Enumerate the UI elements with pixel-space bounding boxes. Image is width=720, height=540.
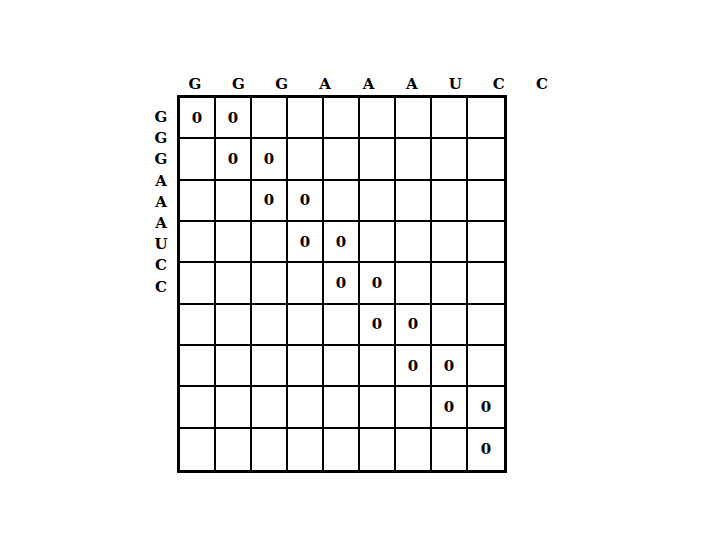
matrix-cell-r4c1 [180, 222, 216, 263]
matrix-cell-r9c3 [252, 429, 288, 470]
matrix-cell-r1c7 [396, 98, 432, 139]
matrix-cell-r8c2 [216, 387, 252, 428]
column-header-8: C [487, 76, 511, 92]
matrix-cell-r5c4 [288, 263, 324, 304]
matrix-cell-r3c9 [468, 181, 504, 222]
matrix-cell-r9c9: 0 [468, 429, 504, 470]
matrix-cell-r8c5 [324, 387, 360, 428]
matrix-cell-r9c4 [288, 429, 324, 470]
row-label-6: A [151, 216, 171, 231]
row-label-1: G [151, 110, 171, 125]
matrix-cell-r4c8 [432, 222, 468, 263]
matrix-cell-r1c1: 0 [180, 98, 216, 139]
matrix-cell-r6c7: 0 [396, 305, 432, 346]
matrix-cell-r3c3: 0 [252, 181, 288, 222]
matrix-cell-r2c5 [324, 139, 360, 180]
row-label-9: C [151, 280, 171, 295]
column-header-1: G [183, 76, 207, 92]
matrix-cell-r8c8: 0 [432, 387, 468, 428]
matrix-cell-r1c2: 0 [216, 98, 252, 139]
matrix-cell-r4c7 [396, 222, 432, 263]
matrix-cell-r4c4: 0 [288, 222, 324, 263]
matrix-cell-r7c8: 0 [432, 346, 468, 387]
matrix-cell-r9c2 [216, 429, 252, 470]
column-header-4: A [313, 76, 337, 92]
matrix-cell-r8c7 [396, 387, 432, 428]
matrix-cell-r5c7 [396, 263, 432, 304]
matrix-cell-r6c8 [432, 305, 468, 346]
matrix-cell-r1c4 [288, 98, 324, 139]
matrix-cell-r9c7 [396, 429, 432, 470]
matrix-cell-r7c1 [180, 346, 216, 387]
matrix-cell-r2c9 [468, 139, 504, 180]
column-header-3: G [270, 76, 294, 92]
matrix-cell-r2c7 [396, 139, 432, 180]
matrix-cell-r9c6 [360, 429, 396, 470]
matrix-cell-r3c4: 0 [288, 181, 324, 222]
matrix-cell-r5c2 [216, 263, 252, 304]
matrix-cell-r6c6: 0 [360, 305, 396, 346]
column-header-9: C [530, 76, 554, 92]
row-label-8: C [151, 258, 171, 273]
row-label-7: U [151, 237, 171, 252]
matrix-cell-r1c9 [468, 98, 504, 139]
column-header-5: A [357, 76, 381, 92]
matrix-cell-r3c7 [396, 181, 432, 222]
matrix-cell-r7c3 [252, 346, 288, 387]
matrix-cell-r3c6 [360, 181, 396, 222]
matrix-cell-r9c8 [432, 429, 468, 470]
matrix-cell-r4c5: 0 [324, 222, 360, 263]
matrix-cell-r7c7: 0 [396, 346, 432, 387]
matrix-cell-r6c1 [180, 305, 216, 346]
matrix-cell-r5c8 [432, 263, 468, 304]
slide-canvas: GGGAAAUCC GGGAAAUCC 00000000000000000 [0, 0, 720, 540]
row-label-3: G [151, 152, 171, 167]
matrix-cell-r4c6 [360, 222, 396, 263]
matrix-cell-r5c1 [180, 263, 216, 304]
matrix-cell-r2c1 [180, 139, 216, 180]
matrix-cell-r1c5 [324, 98, 360, 139]
matrix-cell-r5c6: 0 [360, 263, 396, 304]
column-header-6: A [400, 76, 424, 92]
matrix-cell-r2c8 [432, 139, 468, 180]
column-header-7: U [443, 76, 467, 92]
matrix-cell-r2c3: 0 [252, 139, 288, 180]
matrix-cell-r6c5 [324, 305, 360, 346]
matrix-grid: 00000000000000000 [177, 95, 507, 473]
matrix-cell-r5c9 [468, 263, 504, 304]
matrix-cell-r6c9 [468, 305, 504, 346]
matrix-cell-r7c9 [468, 346, 504, 387]
row-label-4: A [151, 174, 171, 189]
matrix-cell-r4c9 [468, 222, 504, 263]
matrix-cell-r7c6 [360, 346, 396, 387]
matrix-cell-r1c8 [432, 98, 468, 139]
matrix-cell-r2c2: 0 [216, 139, 252, 180]
matrix-cell-r7c4 [288, 346, 324, 387]
matrix-cell-r8c6 [360, 387, 396, 428]
matrix-cell-r6c2 [216, 305, 252, 346]
matrix-cell-r8c3 [252, 387, 288, 428]
matrix-cell-r6c3 [252, 305, 288, 346]
row-label-2: G [151, 131, 171, 146]
matrix-cell-r3c1 [180, 181, 216, 222]
matrix-cell-r1c6 [360, 98, 396, 139]
matrix-cell-r8c1 [180, 387, 216, 428]
matrix-cell-r2c6 [360, 139, 396, 180]
row-label-5: A [151, 195, 171, 210]
matrix-cell-r9c5 [324, 429, 360, 470]
matrix-cell-r8c9: 0 [468, 387, 504, 428]
matrix-cell-r3c5 [324, 181, 360, 222]
matrix-cell-r7c5 [324, 346, 360, 387]
matrix-cell-r9c1 [180, 429, 216, 470]
matrix-cell-r5c5: 0 [324, 263, 360, 304]
matrix-cell-r2c4 [288, 139, 324, 180]
matrix-cell-r7c2 [216, 346, 252, 387]
matrix-cell-r3c8 [432, 181, 468, 222]
matrix-cell-r4c2 [216, 222, 252, 263]
matrix-cell-r6c4 [288, 305, 324, 346]
column-header-2: G [226, 76, 250, 92]
matrix-cell-r4c3 [252, 222, 288, 263]
matrix-cell-r8c4 [288, 387, 324, 428]
matrix-cell-r3c2 [216, 181, 252, 222]
matrix-cell-r5c3 [252, 263, 288, 304]
matrix-cell-r1c3 [252, 98, 288, 139]
